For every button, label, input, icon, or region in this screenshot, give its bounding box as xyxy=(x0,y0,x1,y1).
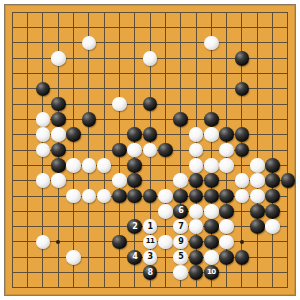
white-stone xyxy=(250,189,265,204)
white-stone xyxy=(97,158,112,173)
move-number-label: 4 xyxy=(132,253,137,261)
black-stone xyxy=(51,143,66,158)
grid-line-horizontal xyxy=(12,287,289,288)
black-stone xyxy=(219,189,234,204)
black-stone xyxy=(235,250,250,265)
black-stone xyxy=(189,265,204,280)
white-stone xyxy=(189,204,204,219)
black-stone xyxy=(265,204,280,219)
move-number-label: 7 xyxy=(178,223,183,231)
white-stone xyxy=(219,235,234,250)
white-stone xyxy=(219,158,234,173)
black-stone: 4 xyxy=(127,250,142,265)
grid-line-vertical xyxy=(257,12,258,289)
black-stone xyxy=(219,127,234,142)
white-stone xyxy=(219,219,234,234)
move-number-label: 11 xyxy=(146,238,155,245)
white-stone xyxy=(173,265,188,280)
white-stone xyxy=(173,173,188,188)
white-stone xyxy=(158,204,173,219)
white-stone xyxy=(204,127,219,142)
white-stone xyxy=(51,173,66,188)
grid-line-vertical xyxy=(287,12,288,289)
white-stone xyxy=(66,189,81,204)
grid-line-vertical xyxy=(272,12,273,289)
move-number-label: 3 xyxy=(148,253,153,261)
white-stone xyxy=(82,158,97,173)
black-stone xyxy=(173,112,188,127)
black-stone xyxy=(281,173,296,188)
white-stone xyxy=(143,51,158,66)
black-stone xyxy=(250,204,265,219)
black-stone: 10 xyxy=(204,265,219,280)
black-stone xyxy=(204,112,219,127)
white-stone xyxy=(204,250,219,265)
black-stone xyxy=(265,173,280,188)
black-stone xyxy=(127,173,142,188)
white-stone xyxy=(204,36,219,51)
black-stone xyxy=(51,97,66,112)
move-number-label: 9 xyxy=(178,238,183,246)
move-number-label: 1 xyxy=(148,223,153,231)
move-number-label: 10 xyxy=(207,269,216,276)
white-stone xyxy=(250,173,265,188)
white-stone xyxy=(158,189,173,204)
white-stone xyxy=(250,158,265,173)
white-stone: 7 xyxy=(173,219,188,234)
move-number-label: 8 xyxy=(148,269,153,277)
white-stone xyxy=(66,250,81,265)
black-stone xyxy=(265,158,280,173)
black-stone xyxy=(235,51,250,66)
white-stone xyxy=(36,127,51,142)
white-stone xyxy=(189,219,204,234)
black-stone xyxy=(112,235,127,250)
move-number-label: 5 xyxy=(178,253,183,261)
white-stone xyxy=(66,158,81,173)
white-stone xyxy=(36,112,51,127)
white-stone xyxy=(204,158,219,173)
black-stone xyxy=(158,143,173,158)
black-stone xyxy=(189,250,204,265)
black-stone xyxy=(219,250,234,265)
black-stone xyxy=(204,189,219,204)
black-stone: 2 xyxy=(127,219,142,234)
white-stone xyxy=(158,235,173,250)
white-stone: 9 xyxy=(173,235,188,250)
black-stone xyxy=(250,219,265,234)
white-stone: 3 xyxy=(143,250,158,265)
black-stone xyxy=(112,143,127,158)
move-number-label: 2 xyxy=(132,223,137,231)
white-stone xyxy=(235,173,250,188)
white-stone: 5 xyxy=(173,250,188,265)
white-stone xyxy=(204,204,219,219)
black-stone xyxy=(66,127,81,142)
hoshi-dot xyxy=(240,240,244,244)
white-stone xyxy=(265,219,280,234)
white-stone xyxy=(189,158,204,173)
white-stone xyxy=(36,173,51,188)
white-stone xyxy=(51,127,66,142)
black-stone xyxy=(204,173,219,188)
white-stone xyxy=(112,97,127,112)
grid-line-horizontal xyxy=(12,211,289,212)
black-stone xyxy=(112,189,127,204)
white-stone xyxy=(51,51,66,66)
black-stone xyxy=(219,204,234,219)
white-stone xyxy=(112,173,127,188)
black-stone: 8 xyxy=(143,265,158,280)
black-stone xyxy=(51,112,66,127)
black-stone xyxy=(82,112,97,127)
move-number-label: 6 xyxy=(178,207,183,215)
black-stone xyxy=(127,158,142,173)
page: 6217119435810 xyxy=(0,0,300,300)
black-stone xyxy=(204,235,219,250)
black-stone xyxy=(51,158,66,173)
black-stone: 6 xyxy=(173,204,188,219)
black-stone xyxy=(265,189,280,204)
black-stone xyxy=(204,219,219,234)
